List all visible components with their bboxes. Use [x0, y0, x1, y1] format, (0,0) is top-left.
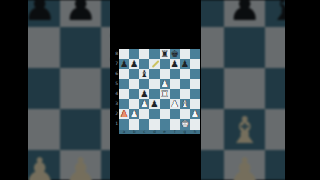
square-c3[interactable]: ♟: [139, 99, 149, 109]
square-h7[interactable]: [190, 59, 200, 69]
rank-labels: 87654321: [112, 49, 118, 130]
right-black-bar: [285, 0, 320, 180]
black-pawn: ♟: [129, 59, 139, 69]
background-white-pawn: ♟: [60, 150, 101, 180]
file-label-c: c: [139, 130, 149, 135]
file-label-g: g: [180, 130, 190, 135]
white-pawn: ♟: [170, 99, 180, 109]
square-f1[interactable]: [170, 119, 180, 129]
black-pawn: ♟: [180, 59, 190, 69]
white-pawn: ♟: [139, 99, 149, 109]
square-a4[interactable]: [119, 89, 129, 99]
file-labels-strip: abcdefgh: [119, 130, 200, 135]
background-white-bishop: ♝: [224, 109, 265, 150]
file-label-h: h: [190, 130, 200, 135]
square-e4[interactable]: ♜: [160, 89, 170, 99]
square-e3[interactable]: [160, 99, 170, 109]
square-h4[interactable]: [190, 89, 200, 99]
white-pawn: ♟: [129, 109, 139, 119]
file-label-f: f: [170, 130, 180, 135]
square-h5[interactable]: [190, 79, 200, 89]
square-a5[interactable]: [119, 79, 129, 89]
white-rook: ♜: [160, 89, 170, 99]
white-pawn: ♟: [190, 109, 200, 119]
rank-label-8: 8: [112, 49, 118, 59]
square-g1[interactable]: ♚: [180, 119, 190, 129]
square-f2[interactable]: [170, 109, 180, 119]
square-e7[interactable]: [160, 59, 170, 69]
square-c1[interactable]: [139, 119, 149, 129]
black-pawn: ♟: [119, 59, 129, 69]
square-e2[interactable]: [160, 109, 170, 119]
square-b5[interactable]: [129, 79, 139, 89]
chess-short-frame: ♟♟♜♟♝♝♟♟♟ 87654321 ♜♚♟♟♟♟♝♟♟♜♟♟♟♝♟♟♟♚ ab…: [0, 0, 320, 180]
square-h2[interactable]: ♟: [190, 109, 200, 119]
square-g5[interactable]: [180, 79, 190, 89]
file-label-d: d: [149, 130, 159, 135]
background-white-pawn: ♟: [224, 150, 265, 180]
square-d1[interactable]: [149, 119, 159, 129]
square-b6[interactable]: [129, 69, 139, 79]
square-d2[interactable]: [149, 109, 159, 119]
black-pawn: ♟: [149, 99, 159, 109]
square-b1[interactable]: [129, 119, 139, 129]
square-d5[interactable]: [149, 79, 159, 89]
rank-label-6: 6: [112, 69, 118, 79]
square-a7[interactable]: ♟: [119, 59, 129, 69]
square-e1[interactable]: [160, 119, 170, 129]
square-e8[interactable]: ♜: [160, 49, 170, 59]
black-bishop: ♝: [139, 69, 149, 79]
square-d8[interactable]: [149, 49, 159, 59]
square-f7[interactable]: ♟: [170, 59, 180, 69]
background-black-pawn: ♟: [60, 0, 101, 27]
rank-label-1: 1: [112, 119, 118, 129]
file-label-a: a: [119, 130, 129, 135]
rank-label-7: 7: [112, 59, 118, 69]
square-d3[interactable]: ♟: [149, 99, 159, 109]
square-h1[interactable]: [190, 119, 200, 129]
file-label-b: b: [129, 130, 139, 135]
square-c6[interactable]: ♝: [139, 69, 149, 79]
square-f5[interactable]: [170, 79, 180, 89]
white-king: ♚: [180, 119, 190, 129]
rank-label-5: 5: [112, 79, 118, 89]
black-pawn: ♟: [170, 59, 180, 69]
square-a2[interactable]: ♟: [119, 109, 129, 119]
background-black-pawn: ♟: [224, 0, 265, 27]
rank-label-2: 2: [112, 109, 118, 119]
black-rook: ♜: [160, 49, 170, 59]
left-black-bar: [0, 0, 28, 180]
square-b7[interactable]: ♟: [129, 59, 139, 69]
square-a6[interactable]: [119, 69, 129, 79]
square-f6[interactable]: [170, 69, 180, 79]
square-b2[interactable]: ♟: [129, 109, 139, 119]
square-g3[interactable]: ♝: [180, 99, 190, 109]
square-c2[interactable]: [139, 109, 149, 119]
square-f3[interactable]: ♟: [170, 99, 180, 109]
square-g7[interactable]: ♟: [180, 59, 190, 69]
white-bishop: ♝: [180, 99, 190, 109]
square-h8[interactable]: [190, 49, 200, 59]
square-h6[interactable]: [190, 69, 200, 79]
square-b4[interactable]: [129, 89, 139, 99]
square-g6[interactable]: [180, 69, 190, 79]
square-a1[interactable]: [119, 119, 129, 129]
white-pawn: ♟: [119, 109, 129, 119]
rank-label-3: 3: [112, 99, 118, 109]
rank-label-4: 4: [112, 89, 118, 99]
file-label-e: e: [160, 130, 170, 135]
square-c8[interactable]: [139, 49, 149, 59]
square-d6[interactable]: [149, 69, 159, 79]
